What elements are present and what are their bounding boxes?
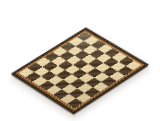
board-tilt-wrapper: [11, 27, 149, 113]
board-squares: [19, 32, 141, 108]
board-frame: [11, 27, 149, 113]
chess-board: [25, 18, 136, 121]
product-photo: [0, 0, 160, 121]
